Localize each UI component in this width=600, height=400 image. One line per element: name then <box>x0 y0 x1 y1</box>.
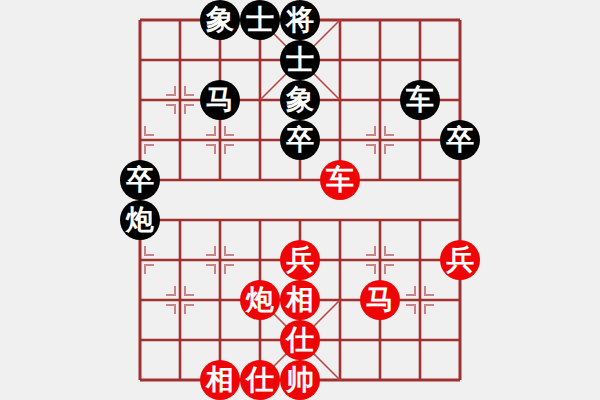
piece-black-general[interactable]: 将 <box>280 0 320 40</box>
piece-black-elephant[interactable]: 象 <box>280 80 320 120</box>
piece-black-cannon[interactable]: 炮 <box>120 200 160 240</box>
piece-black-horse[interactable]: 马 <box>200 80 240 120</box>
piece-black-advisor[interactable]: 士 <box>240 0 280 40</box>
piece-black-soldier[interactable]: 卒 <box>120 160 160 200</box>
piece-red-chariot[interactable]: 车 <box>320 160 360 200</box>
piece-red-elephant[interactable]: 相 <box>280 280 320 320</box>
piece-black-soldier[interactable]: 卒 <box>280 120 320 160</box>
piece-red-advisor[interactable]: 仕 <box>280 320 320 360</box>
piece-red-soldier[interactable]: 兵 <box>280 240 320 280</box>
piece-red-elephant[interactable]: 相 <box>200 360 240 400</box>
piece-red-advisor[interactable]: 仕 <box>240 360 280 400</box>
piece-black-soldier[interactable]: 卒 <box>440 120 480 160</box>
piece-black-chariot[interactable]: 车 <box>400 80 440 120</box>
piece-black-elephant[interactable]: 象 <box>200 0 240 40</box>
piece-red-cannon[interactable]: 炮 <box>240 280 280 320</box>
piece-layer: 象士将士马象车卒卒卒炮车兵兵炮相马仕相仕帅 <box>120 0 480 400</box>
piece-red-soldier[interactable]: 兵 <box>440 240 480 280</box>
piece-red-horse[interactable]: 马 <box>360 280 400 320</box>
xiangqi-board-screenshot: 象士将士马象车卒卒卒炮车兵兵炮相马仕相仕帅 <box>0 0 600 400</box>
piece-red-general[interactable]: 帅 <box>280 360 320 400</box>
piece-black-advisor[interactable]: 士 <box>280 40 320 80</box>
